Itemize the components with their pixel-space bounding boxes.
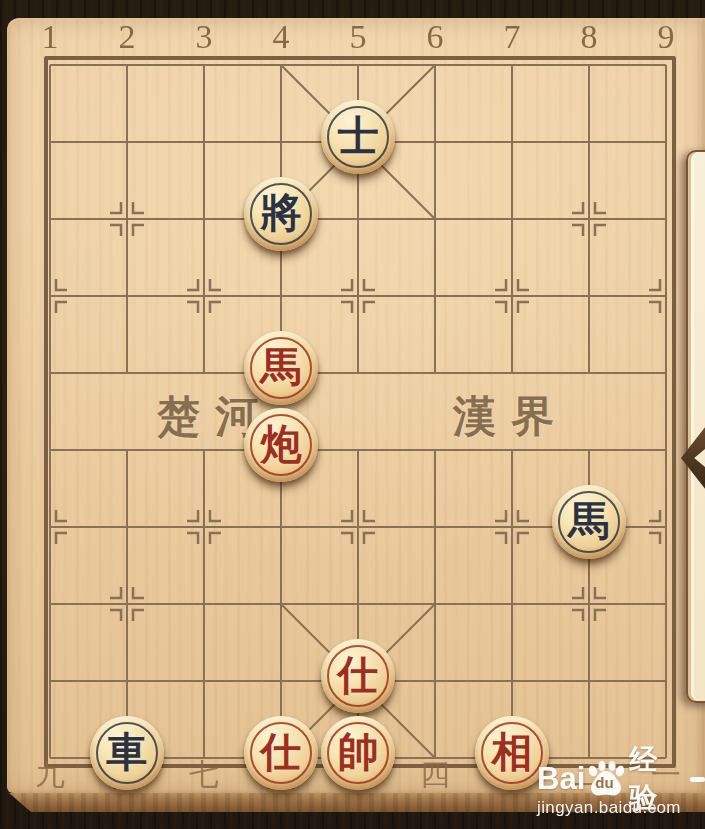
- piece-glyph: 仕: [321, 639, 395, 713]
- baidu-du-text: du: [595, 774, 613, 791]
- piece-black-advisor[interactable]: 士: [321, 100, 395, 174]
- piece-red-general[interactable]: 帥: [321, 716, 395, 790]
- piece-glyph: 馬: [244, 331, 318, 405]
- baidu-paw-icon: du: [586, 761, 626, 797]
- watermark-url: jingyan.baidu.com: [537, 798, 705, 818]
- bottom-coordinate-1: 九: [35, 755, 65, 796]
- watermark-dash: [690, 777, 705, 782]
- piece-glyph: 士: [321, 100, 395, 174]
- piece-black-general[interactable]: 將: [244, 177, 318, 251]
- bottom-coordinate-3: 七: [189, 755, 219, 796]
- piece-red-horse[interactable]: 馬: [244, 331, 318, 405]
- xiangqi-board[interactable]: 123456789 九八七六五四三二一 楚河 漢界 士將馬炮馬仕車仕帥相: [7, 18, 705, 793]
- top-coordinate-2: 2: [119, 18, 136, 56]
- piece-black-horse[interactable]: 馬: [552, 485, 626, 559]
- baidu-jingyan-watermark: Bai du 经验 jingyan.baidu.com: [537, 761, 705, 818]
- top-coordinate-3: 3: [196, 18, 213, 56]
- top-coordinate-7: 7: [504, 18, 521, 56]
- top-coordinate-1: 1: [42, 18, 59, 56]
- top-coordinate-6: 6: [427, 18, 444, 56]
- piece-glyph: 炮: [244, 408, 318, 482]
- piece-red-cannon[interactable]: 炮: [244, 408, 318, 482]
- bottom-coordinate-6: 四: [420, 755, 450, 796]
- piece-glyph: 馬: [552, 485, 626, 559]
- piece-black-chariot[interactable]: 車: [90, 716, 164, 790]
- side-drawer-panel[interactable]: [686, 150, 705, 703]
- top-coordinate-9: 9: [658, 18, 675, 56]
- piece-glyph: 帥: [321, 716, 395, 790]
- piece-red-advisor-2[interactable]: 仕: [244, 716, 318, 790]
- baidu-logo-text: Bai: [537, 761, 585, 797]
- piece-red-advisor-1[interactable]: 仕: [321, 639, 395, 713]
- top-coordinate-4: 4: [273, 18, 290, 56]
- top-coordinate-5: 5: [350, 18, 367, 56]
- piece-glyph: 仕: [244, 716, 318, 790]
- top-coordinate-8: 8: [581, 18, 598, 56]
- piece-glyph: 將: [244, 177, 318, 251]
- river-text-han-jie: 漢界: [453, 388, 569, 446]
- piece-glyph: 車: [90, 716, 164, 790]
